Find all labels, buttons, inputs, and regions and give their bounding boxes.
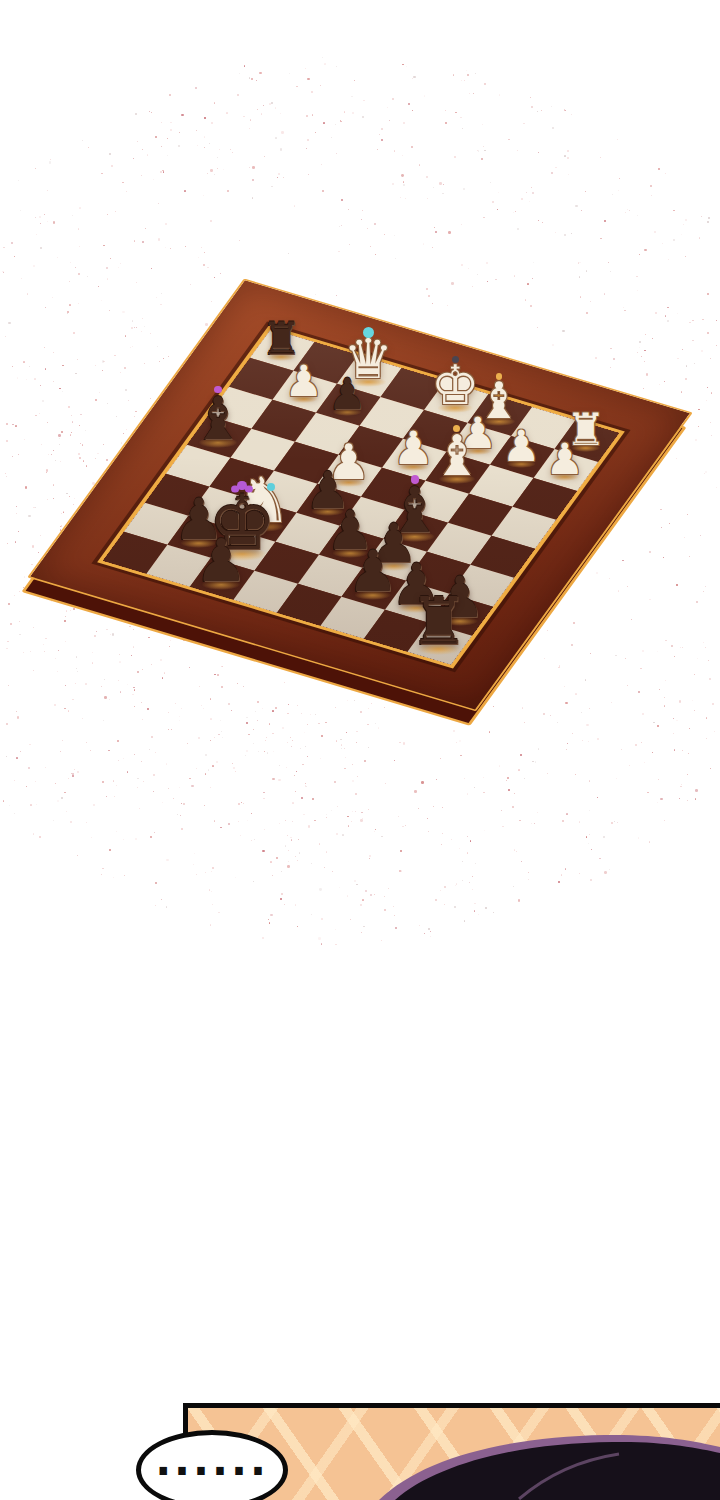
chess-board [103,329,619,665]
chess-board-scene [0,0,720,900]
page-canvas: ♛♚♝♜♟♟♟♟♟♝♟♞♜♟♝♟♝♟♟♟♚♟♟♟♟♜ ...... [0,0,720,1500]
playing-area [103,329,619,665]
speech-bubble: ...... [136,1430,288,1500]
board-frame [27,279,692,712]
